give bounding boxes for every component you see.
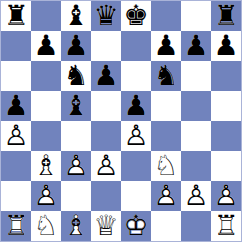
square-d6[interactable]: ♟♟ [91, 61, 121, 91]
square-c5[interactable]: ♝♝ [61, 91, 91, 121]
square-d4[interactable] [91, 121, 121, 151]
piece-stroke-layer: ♘ [151, 151, 181, 181]
piece-black-knight-icon: ♞♞ [61, 61, 91, 91]
piece-black-king-icon: ♚♚ [121, 1, 151, 31]
square-g3[interactable] [181, 151, 211, 181]
square-g4[interactable] [181, 121, 211, 151]
piece-black-pawn-icon: ♟♟ [91, 61, 121, 91]
square-c4[interactable] [61, 121, 91, 151]
piece-black-pawn-icon: ♟♟ [121, 91, 151, 121]
square-e3[interactable] [121, 151, 151, 181]
piece-stroke-layer: ♙ [151, 181, 181, 211]
piece-black-rook-icon: ♜♜ [211, 1, 241, 31]
piece-black-pawn-icon: ♟♟ [151, 31, 181, 61]
piece-black-pawn-icon: ♟♟ [31, 31, 61, 61]
square-a6[interactable] [1, 61, 31, 91]
square-a1[interactable]: ♜♖ [1, 211, 31, 241]
square-f3[interactable]: ♞♘ [151, 151, 181, 181]
square-b7[interactable]: ♟♟ [31, 31, 61, 61]
piece-stroke-layer: ♝ [61, 91, 91, 121]
piece-stroke-layer: ♖ [211, 211, 241, 241]
square-d1[interactable]: ♛♕ [91, 211, 121, 241]
piece-white-pawn-icon: ♟♙ [31, 181, 61, 211]
piece-black-bishop-icon: ♝♝ [61, 91, 91, 121]
square-h7[interactable]: ♟♟ [211, 31, 241, 61]
piece-stroke-layer: ♘ [31, 211, 61, 241]
square-e4[interactable]: ♟♙ [121, 121, 151, 151]
square-f2[interactable]: ♟♙ [151, 181, 181, 211]
piece-stroke-layer: ♙ [181, 181, 211, 211]
square-c1[interactable]: ♝♗ [61, 211, 91, 241]
square-g6[interactable] [181, 61, 211, 91]
square-a3[interactable] [1, 151, 31, 181]
piece-stroke-layer: ♟ [151, 31, 181, 61]
square-e7[interactable] [121, 31, 151, 61]
piece-stroke-layer: ♙ [1, 121, 31, 151]
piece-white-bishop-icon: ♝♗ [61, 211, 91, 241]
piece-black-pawn-icon: ♟♟ [181, 31, 211, 61]
piece-stroke-layer: ♜ [211, 1, 241, 31]
chess-board: ♜♜♝♝♛♛♚♚♜♜♟♟♟♟♟♟♟♟♟♟♞♞♟♟♞♞♟♟♝♝♟♟♟♙♟♙♝♗♟♙… [0, 0, 242, 242]
piece-stroke-layer: ♝ [61, 1, 91, 31]
piece-stroke-layer: ♟ [181, 31, 211, 61]
square-d5[interactable] [91, 91, 121, 121]
square-f7[interactable]: ♟♟ [151, 31, 181, 61]
square-f1[interactable] [151, 211, 181, 241]
piece-black-pawn-icon: ♟♟ [1, 91, 31, 121]
piece-stroke-layer: ♔ [121, 211, 151, 241]
square-e6[interactable] [121, 61, 151, 91]
square-g7[interactable]: ♟♟ [181, 31, 211, 61]
square-h2[interactable]: ♟♙ [211, 181, 241, 211]
piece-stroke-layer: ♞ [151, 61, 181, 91]
piece-white-pawn-icon: ♟♙ [181, 181, 211, 211]
square-d7[interactable] [91, 31, 121, 61]
square-f8[interactable] [151, 1, 181, 31]
square-d3[interactable]: ♟♙ [91, 151, 121, 181]
piece-stroke-layer: ♟ [121, 91, 151, 121]
square-b2[interactable]: ♟♙ [31, 181, 61, 211]
square-g2[interactable]: ♟♙ [181, 181, 211, 211]
square-e5[interactable]: ♟♟ [121, 91, 151, 121]
piece-stroke-layer: ♙ [121, 121, 151, 151]
square-h4[interactable] [211, 121, 241, 151]
piece-white-rook-icon: ♜♖ [1, 211, 31, 241]
square-b1[interactable]: ♞♘ [31, 211, 61, 241]
square-f5[interactable] [151, 91, 181, 121]
square-e2[interactable] [121, 181, 151, 211]
piece-stroke-layer: ♙ [91, 151, 121, 181]
piece-white-rook-icon: ♜♖ [211, 211, 241, 241]
piece-stroke-layer: ♟ [31, 31, 61, 61]
square-d2[interactable] [91, 181, 121, 211]
piece-black-bishop-icon: ♝♝ [61, 1, 91, 31]
square-h6[interactable] [211, 61, 241, 91]
piece-stroke-layer: ♞ [61, 61, 91, 91]
square-f4[interactable] [151, 121, 181, 151]
square-b8[interactable] [31, 1, 61, 31]
piece-white-bishop-icon: ♝♗ [31, 151, 61, 181]
piece-white-pawn-icon: ♟♙ [151, 181, 181, 211]
square-e8[interactable]: ♚♚ [121, 1, 151, 31]
piece-stroke-layer: ♗ [61, 211, 91, 241]
piece-black-knight-icon: ♞♞ [151, 61, 181, 91]
piece-white-pawn-icon: ♟♙ [211, 181, 241, 211]
square-c2[interactable] [61, 181, 91, 211]
piece-white-king-icon: ♚♔ [121, 211, 151, 241]
piece-black-rook-icon: ♜♜ [1, 1, 31, 31]
square-a4[interactable]: ♟♙ [1, 121, 31, 151]
square-h5[interactable] [211, 91, 241, 121]
square-b3[interactable]: ♝♗ [31, 151, 61, 181]
piece-white-pawn-icon: ♟♙ [1, 121, 31, 151]
piece-stroke-layer: ♙ [61, 151, 91, 181]
square-a8[interactable]: ♜♜ [1, 1, 31, 31]
piece-stroke-layer: ♗ [31, 151, 61, 181]
square-a7[interactable] [1, 31, 31, 61]
piece-stroke-layer: ♙ [31, 181, 61, 211]
square-h8[interactable]: ♜♜ [211, 1, 241, 31]
piece-stroke-layer: ♚ [121, 1, 151, 31]
piece-stroke-layer: ♛ [91, 1, 121, 31]
piece-white-knight-icon: ♞♘ [31, 211, 61, 241]
piece-black-queen-icon: ♛♛ [91, 1, 121, 31]
piece-stroke-layer: ♟ [1, 91, 31, 121]
square-b4[interactable] [31, 121, 61, 151]
piece-stroke-layer: ♕ [91, 211, 121, 241]
square-d8[interactable]: ♛♛ [91, 1, 121, 31]
piece-stroke-layer: ♙ [211, 181, 241, 211]
square-c6[interactable]: ♞♞ [61, 61, 91, 91]
piece-stroke-layer: ♟ [211, 31, 241, 61]
square-g1[interactable] [181, 211, 211, 241]
piece-white-queen-icon: ♛♕ [91, 211, 121, 241]
square-b6[interactable] [31, 61, 61, 91]
square-e1[interactable]: ♚♔ [121, 211, 151, 241]
piece-stroke-layer: ♖ [1, 211, 31, 241]
piece-black-pawn-icon: ♟♟ [211, 31, 241, 61]
piece-white-pawn-icon: ♟♙ [61, 151, 91, 181]
piece-white-pawn-icon: ♟♙ [121, 121, 151, 151]
piece-stroke-layer: ♟ [61, 31, 91, 61]
piece-white-pawn-icon: ♟♙ [91, 151, 121, 181]
piece-stroke-layer: ♜ [1, 1, 31, 31]
square-g5[interactable] [181, 91, 211, 121]
piece-black-pawn-icon: ♟♟ [61, 31, 91, 61]
square-h3[interactable] [211, 151, 241, 181]
piece-white-knight-icon: ♞♘ [151, 151, 181, 181]
square-c3[interactable]: ♟♙ [61, 151, 91, 181]
square-h1[interactable]: ♜♖ [211, 211, 241, 241]
square-a5[interactable]: ♟♟ [1, 91, 31, 121]
square-c7[interactable]: ♟♟ [61, 31, 91, 61]
square-b5[interactable] [31, 91, 61, 121]
square-g8[interactable] [181, 1, 211, 31]
piece-stroke-layer: ♟ [91, 61, 121, 91]
square-a2[interactable] [1, 181, 31, 211]
square-c8[interactable]: ♝♝ [61, 1, 91, 31]
square-f6[interactable]: ♞♞ [151, 61, 181, 91]
